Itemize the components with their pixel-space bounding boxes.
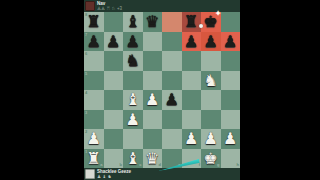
white-pawn-g2[interactable]: ♟ xyxy=(201,129,221,149)
square-g1[interactable]: g♚ xyxy=(201,149,221,169)
black-pawn-a7[interactable]: ♟ xyxy=(84,32,104,52)
square-c8[interactable]: ♝ xyxy=(123,12,143,32)
coord-rank-6: 6 xyxy=(85,52,87,56)
square-d4[interactable]: ♟ xyxy=(143,90,163,110)
square-f7[interactable]: ♟ xyxy=(182,32,202,52)
square-b3[interactable] xyxy=(104,110,124,130)
square-d3[interactable] xyxy=(143,110,163,130)
square-c4[interactable]: ♝ xyxy=(123,90,143,110)
coord-file-d: d xyxy=(159,163,161,167)
square-a5[interactable]: 5 xyxy=(84,71,104,91)
square-f8[interactable]: ♜ xyxy=(182,12,202,32)
square-e5[interactable] xyxy=(162,71,182,91)
square-d5[interactable] xyxy=(143,71,163,91)
coord-file-c: c xyxy=(139,163,141,167)
square-h5[interactable] xyxy=(221,71,241,91)
white-bishop-c1[interactable]: ♝ xyxy=(123,149,143,169)
coord-rank-8: 8 xyxy=(85,13,87,17)
black-pawn-h7[interactable]: ♟ xyxy=(221,32,241,52)
coord-file-h: h xyxy=(237,163,239,167)
black-knight-c6[interactable]: ♞ xyxy=(123,51,143,71)
square-e4[interactable]: ♟ xyxy=(162,90,182,110)
square-h2[interactable]: ♟ xyxy=(221,129,241,149)
square-b4[interactable] xyxy=(104,90,124,110)
square-h1[interactable]: h xyxy=(221,149,241,169)
square-c3[interactable]: ♟ xyxy=(123,110,143,130)
square-h8[interactable] xyxy=(221,12,241,32)
material-advantage: +3 xyxy=(117,6,122,11)
square-f3[interactable] xyxy=(182,110,202,130)
opponent-captured-pieces: ♙♙ ♖ ♘ +3 xyxy=(97,6,122,11)
square-f6[interactable] xyxy=(182,51,202,71)
square-e8[interactable] xyxy=(162,12,182,32)
coord-file-g: g xyxy=(217,163,219,167)
square-d8[interactable]: ♛ xyxy=(143,12,163,32)
white-pawn-h2[interactable]: ♟ xyxy=(221,129,241,149)
square-c7[interactable]: ♟ xyxy=(123,32,143,52)
dot-badge-icon xyxy=(199,24,203,28)
square-d1[interactable]: d♛ xyxy=(143,149,163,169)
square-h7[interactable]: ♟ xyxy=(221,32,241,52)
square-g2[interactable]: ♟ xyxy=(201,129,221,149)
square-b7[interactable]: ♟ xyxy=(104,32,124,52)
square-g3[interactable] xyxy=(201,110,221,130)
black-pawn-b7[interactable]: ♟ xyxy=(104,32,124,52)
chess-board[interactable]: 8♜♝♛♜♚✦7♟♟♟♟♟♟6♞5♞4♝♟♟3♟2♟♟♟♟1a♜bc♝d♛efg… xyxy=(84,12,240,168)
white-rook-a1[interactable]: ♜ xyxy=(84,149,104,169)
square-a7[interactable]: 7♟ xyxy=(84,32,104,52)
square-d6[interactable] xyxy=(143,51,163,71)
white-pawn-a2[interactable]: ♟ xyxy=(84,129,104,149)
square-d7[interactable] xyxy=(143,32,163,52)
black-queen-d8[interactable]: ♛ xyxy=(143,12,163,32)
coord-rank-2: 2 xyxy=(85,130,87,134)
square-a4[interactable]: 4 xyxy=(84,90,104,110)
square-g6[interactable] xyxy=(201,51,221,71)
square-e6[interactable] xyxy=(162,51,182,71)
square-b5[interactable] xyxy=(104,71,124,91)
coord-file-a: a xyxy=(100,163,102,167)
square-c1[interactable]: c♝ xyxy=(123,149,143,169)
square-g8[interactable]: ♚✦ xyxy=(201,12,221,32)
coord-file-b: b xyxy=(120,163,122,167)
square-f4[interactable] xyxy=(182,90,202,110)
square-h4[interactable] xyxy=(221,90,241,110)
white-bishop-c4[interactable]: ♝ xyxy=(123,90,143,110)
square-e2[interactable] xyxy=(162,129,182,149)
black-pawn-e4[interactable]: ♟ xyxy=(162,90,182,110)
square-e3[interactable] xyxy=(162,110,182,130)
player-captured-pieces: ♟ ♝ ♞ xyxy=(97,174,131,179)
black-pawn-g7[interactable]: ♟ xyxy=(201,32,221,52)
black-rook-a8[interactable]: ♜ xyxy=(84,12,104,32)
square-b8[interactable] xyxy=(104,12,124,32)
player-bar: Shacklee Geeze ♟ ♝ ♞ xyxy=(84,168,240,180)
white-pawn-f2[interactable]: ♟ xyxy=(182,129,202,149)
black-pawn-f7[interactable]: ♟ xyxy=(182,32,202,52)
square-a2[interactable]: 2♟ xyxy=(84,129,104,149)
star-badge-icon: ✦ xyxy=(215,10,222,18)
opponent-avatar[interactable] xyxy=(85,1,95,11)
square-f2[interactable]: ♟ xyxy=(182,129,202,149)
white-pawn-d4[interactable]: ♟ xyxy=(143,90,163,110)
square-a8[interactable]: 8♜ xyxy=(84,12,104,32)
white-queen-d1[interactable]: ♛ xyxy=(143,149,163,169)
video-frame: Nav ♙♙ ♖ ♘ +3 8♜♝♛♜♚✦7♟♟♟♟♟♟6♞5♞4♝♟♟3♟2♟… xyxy=(84,0,240,180)
player-avatar[interactable] xyxy=(85,169,95,179)
square-c6[interactable]: ♞ xyxy=(123,51,143,71)
square-b1[interactable]: b xyxy=(104,149,124,169)
black-pawn-c7[interactable]: ♟ xyxy=(123,32,143,52)
white-knight-g5[interactable]: ♞ xyxy=(201,71,221,91)
coord-rank-1: 1 xyxy=(85,150,87,154)
coord-file-f: f xyxy=(199,163,200,167)
square-g5[interactable]: ♞ xyxy=(201,71,221,91)
square-e7[interactable] xyxy=(162,32,182,52)
coord-rank-3: 3 xyxy=(85,111,87,115)
square-f5[interactable] xyxy=(182,71,202,91)
square-a6[interactable]: 6 xyxy=(84,51,104,71)
square-b6[interactable] xyxy=(104,51,124,71)
black-rook-f8[interactable]: ♜ xyxy=(182,12,202,32)
coord-rank-5: 5 xyxy=(85,72,87,76)
square-a3[interactable]: 3 xyxy=(84,110,104,130)
square-h3[interactable] xyxy=(221,110,241,130)
square-d2[interactable] xyxy=(143,129,163,149)
coord-rank-4: 4 xyxy=(85,91,87,95)
square-g4[interactable] xyxy=(201,90,221,110)
black-bishop-c8[interactable]: ♝ xyxy=(123,12,143,32)
coord-rank-7: 7 xyxy=(85,33,87,37)
square-a1[interactable]: 1a♜ xyxy=(84,149,104,169)
white-pawn-c3[interactable]: ♟ xyxy=(123,110,143,130)
square-h6[interactable] xyxy=(221,51,241,71)
square-b2[interactable] xyxy=(104,129,124,149)
square-c5[interactable] xyxy=(123,71,143,91)
square-c2[interactable] xyxy=(123,129,143,149)
square-g7[interactable]: ♟ xyxy=(201,32,221,52)
white-king-g1[interactable]: ♚ xyxy=(201,149,221,169)
